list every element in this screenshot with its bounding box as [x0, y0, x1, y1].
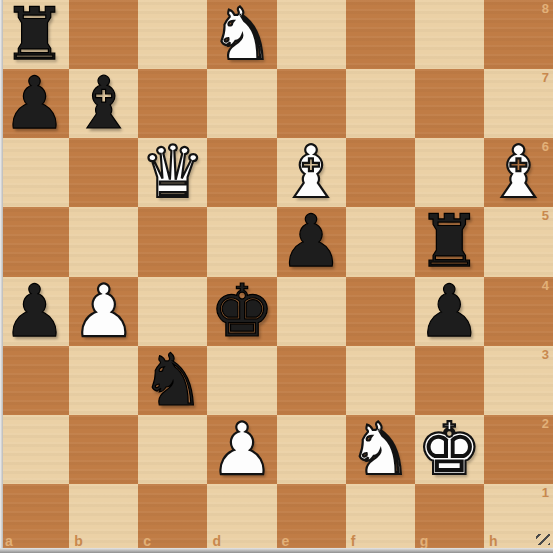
- square-d6[interactable]: [207, 138, 276, 207]
- square-b5[interactable]: [69, 207, 138, 276]
- file-label-f: f: [351, 533, 356, 549]
- square-g2[interactable]: ♚: [415, 415, 484, 484]
- square-d3[interactable]: [207, 346, 276, 415]
- square-d5[interactable]: [207, 207, 276, 276]
- square-c6[interactable]: ♛: [138, 138, 207, 207]
- square-h3[interactable]: 3: [484, 346, 553, 415]
- piece-white-pawn[interactable]: ♟: [210, 415, 275, 484]
- piece-white-king[interactable]: ♚: [417, 415, 482, 484]
- piece-white-bishop[interactable]: ♝: [279, 138, 344, 207]
- piece-black-pawn[interactable]: ♟: [279, 207, 344, 276]
- piece-white-pawn[interactable]: ♟: [71, 277, 136, 346]
- square-a1[interactable]: a: [0, 484, 69, 553]
- rank-label-2: 2: [542, 416, 549, 431]
- file-label-c: c: [143, 533, 151, 549]
- square-c3[interactable]: ♞: [138, 346, 207, 415]
- file-label-b: b: [74, 533, 83, 549]
- square-e7[interactable]: [277, 69, 346, 138]
- square-f8[interactable]: [346, 0, 415, 69]
- piece-white-queen[interactable]: ♛: [141, 138, 206, 207]
- square-a3[interactable]: [0, 346, 69, 415]
- window-bottom-edge: [0, 548, 553, 553]
- file-label-a: a: [5, 533, 13, 549]
- square-c8[interactable]: [138, 0, 207, 69]
- square-h8[interactable]: 8: [484, 0, 553, 69]
- square-b1[interactable]: b: [69, 484, 138, 553]
- rank-label-5: 5: [542, 208, 549, 223]
- square-c1[interactable]: c: [138, 484, 207, 553]
- square-g1[interactable]: g: [415, 484, 484, 553]
- piece-black-king[interactable]: ♚: [210, 277, 275, 346]
- rank-label-3: 3: [542, 347, 549, 362]
- square-h5[interactable]: 5: [484, 207, 553, 276]
- piece-black-rook[interactable]: ♜: [2, 0, 67, 69]
- square-b6[interactable]: [69, 138, 138, 207]
- piece-black-bishop[interactable]: ♝: [71, 69, 136, 138]
- piece-black-rook[interactable]: ♜: [417, 207, 482, 276]
- square-d4[interactable]: ♚: [207, 277, 276, 346]
- rank-label-4: 4: [542, 278, 549, 293]
- square-h4[interactable]: 4: [484, 277, 553, 346]
- square-a4[interactable]: ♟: [0, 277, 69, 346]
- rank-label-1: 1: [542, 485, 549, 500]
- square-f3[interactable]: [346, 346, 415, 415]
- square-f1[interactable]: f: [346, 484, 415, 553]
- square-d1[interactable]: d: [207, 484, 276, 553]
- square-g5[interactable]: ♜: [415, 207, 484, 276]
- square-e1[interactable]: e: [277, 484, 346, 553]
- file-label-h: h: [489, 533, 498, 549]
- square-h2[interactable]: 2: [484, 415, 553, 484]
- piece-black-pawn[interactable]: ♟: [417, 277, 482, 346]
- square-c7[interactable]: [138, 69, 207, 138]
- piece-black-knight[interactable]: ♞: [141, 346, 206, 415]
- square-c2[interactable]: [138, 415, 207, 484]
- square-b2[interactable]: [69, 415, 138, 484]
- chess-board: ♜♞8♟♝7♛♝♝6♟♜5♟♟♚♟4♞3♟♞♚2abcdefg1h: [0, 0, 553, 553]
- square-b8[interactable]: [69, 0, 138, 69]
- piece-black-pawn[interactable]: ♟: [2, 277, 67, 346]
- square-f2[interactable]: ♞: [346, 415, 415, 484]
- window-left-edge: [0, 0, 3, 553]
- resize-grip-icon[interactable]: [536, 534, 550, 545]
- square-g3[interactable]: [415, 346, 484, 415]
- square-b7[interactable]: ♝: [69, 69, 138, 138]
- square-e2[interactable]: [277, 415, 346, 484]
- square-a6[interactable]: [0, 138, 69, 207]
- square-f6[interactable]: [346, 138, 415, 207]
- square-e6[interactable]: ♝: [277, 138, 346, 207]
- square-f7[interactable]: [346, 69, 415, 138]
- square-a8[interactable]: ♜: [0, 0, 69, 69]
- square-a2[interactable]: [0, 415, 69, 484]
- square-e3[interactable]: [277, 346, 346, 415]
- square-d2[interactable]: ♟: [207, 415, 276, 484]
- square-g8[interactable]: [415, 0, 484, 69]
- square-f4[interactable]: [346, 277, 415, 346]
- chess-app-window: ♜♞8♟♝7♛♝♝6♟♜5♟♟♚♟4♞3♟♞♚2abcdefg1h: [0, 0, 553, 553]
- square-g4[interactable]: ♟: [415, 277, 484, 346]
- square-e4[interactable]: [277, 277, 346, 346]
- square-d8[interactable]: ♞: [207, 0, 276, 69]
- file-label-e: e: [282, 533, 290, 549]
- square-a5[interactable]: [0, 207, 69, 276]
- piece-black-pawn[interactable]: ♟: [2, 69, 67, 138]
- square-e5[interactable]: ♟: [277, 207, 346, 276]
- square-g7[interactable]: [415, 69, 484, 138]
- square-b3[interactable]: [69, 346, 138, 415]
- piece-white-knight[interactable]: ♞: [348, 415, 413, 484]
- square-d7[interactable]: [207, 69, 276, 138]
- rank-label-8: 8: [542, 1, 549, 16]
- square-g6[interactable]: [415, 138, 484, 207]
- rank-label-7: 7: [542, 70, 549, 85]
- rank-label-6: 6: [542, 139, 549, 154]
- square-a7[interactable]: ♟: [0, 69, 69, 138]
- square-h7[interactable]: 7: [484, 69, 553, 138]
- file-label-g: g: [420, 533, 429, 549]
- square-h6[interactable]: ♝6: [484, 138, 553, 207]
- square-b4[interactable]: ♟: [69, 277, 138, 346]
- square-f5[interactable]: [346, 207, 415, 276]
- square-c5[interactable]: [138, 207, 207, 276]
- piece-white-knight[interactable]: ♞: [210, 0, 275, 69]
- square-e8[interactable]: [277, 0, 346, 69]
- file-label-d: d: [212, 533, 221, 549]
- square-c4[interactable]: [138, 277, 207, 346]
